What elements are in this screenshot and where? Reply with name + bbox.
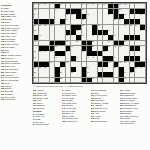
grid-cell[interactable]: 35 [124, 25, 129, 30]
grid-cell[interactable] [60, 14, 65, 19]
grid-cell[interactable] [39, 9, 44, 14]
grid-cell[interactable] [103, 41, 108, 46]
grid-cell[interactable] [119, 51, 124, 56]
grid-cell[interactable]: 8 [92, 4, 97, 9]
grid-cell[interactable]: 26 [114, 19, 119, 24]
grid-cell[interactable] [71, 78, 76, 83]
grid-cell[interactable] [50, 9, 55, 14]
cell-number: 10 [103, 4, 105, 6]
black-square [50, 41, 55, 46]
grid-cell[interactable] [44, 30, 49, 35]
grid-cell[interactable] [140, 56, 145, 61]
grid-cell[interactable]: 75 [50, 62, 55, 67]
grid-cell[interactable]: 13 [34, 9, 39, 14]
grid-cell[interactable] [87, 35, 92, 40]
grid-cell[interactable]: 48 [103, 35, 108, 40]
grid-cell[interactable]: 21 [108, 14, 113, 19]
cell-number: 59 [108, 46, 110, 48]
grid-cell[interactable]: 65 [50, 51, 55, 56]
grid-cell[interactable]: 5 [60, 4, 65, 9]
cell-number: 91 [87, 72, 89, 74]
cell-number: 68 [103, 51, 105, 53]
cell-number: 12 [124, 4, 126, 6]
grid-cell[interactable] [39, 72, 44, 77]
grid-cell[interactable] [44, 41, 49, 46]
grid-cell[interactable]: 85 [114, 67, 119, 72]
grid-cell[interactable] [50, 67, 55, 72]
grid-cell[interactable]: 22 [124, 14, 129, 19]
cell-number: 1 [34, 4, 35, 6]
grid-cell[interactable] [39, 41, 44, 46]
grid-cell[interactable] [140, 19, 145, 24]
black-square [135, 35, 140, 40]
grid-cell[interactable] [66, 67, 71, 72]
grid-cell[interactable] [140, 4, 145, 9]
black-square [82, 78, 87, 83]
grid-cell[interactable]: 37 [135, 25, 140, 30]
grid-cell[interactable]: 72 [87, 56, 92, 61]
black-square [87, 41, 92, 46]
grid-cell[interactable]: 11 [119, 4, 124, 9]
grid-cell[interactable] [71, 51, 76, 56]
grid-cell[interactable]: 17 [34, 14, 39, 19]
grid-cell[interactable] [50, 78, 55, 83]
grid-cell[interactable] [103, 67, 108, 72]
grid-cell[interactable] [140, 46, 145, 51]
grid-cell[interactable]: 55 [124, 41, 129, 46]
grid-cell[interactable] [60, 9, 65, 14]
grid-cell[interactable]: 82 [44, 67, 49, 72]
grid-cell[interactable] [103, 25, 108, 30]
grid-cell[interactable]: 46 [92, 35, 97, 40]
grid-cell[interactable] [108, 19, 113, 24]
grid-cell[interactable]: 14 [55, 9, 60, 14]
grid-cell[interactable]: 86 [135, 67, 140, 72]
grid-cell[interactable] [87, 25, 92, 30]
grid-cell[interactable] [119, 56, 124, 61]
grid-cell[interactable] [114, 51, 119, 56]
grid-cell[interactable]: 42 [39, 35, 44, 40]
grid-cell[interactable] [76, 19, 81, 24]
grid-cell[interactable]: 24 [66, 19, 71, 24]
grid-cell[interactable]: 79 [124, 62, 129, 67]
down-clue-list-2: 6 Above7 Poet Pound8 Female deer9 Hog ho… [62, 89, 90, 122]
grid-cell[interactable] [92, 9, 97, 14]
clue-number: 63 [1, 98, 4, 100]
grid-cell[interactable]: 15 [82, 9, 87, 14]
grid-cell[interactable] [66, 78, 71, 83]
grid-cell[interactable]: 41 [140, 30, 145, 35]
cell-number: 47 [98, 35, 100, 37]
grid-cell[interactable]: 96 [92, 78, 97, 83]
grid-cell[interactable] [98, 9, 103, 14]
cell-number: 23 [140, 14, 142, 16]
bottom-clue-column-1: 64 Always65 Otherwise66 Being: Lat.67 Fe… [33, 89, 61, 150]
grid-cell[interactable] [50, 30, 55, 35]
grid-cell[interactable] [82, 30, 87, 35]
grid-cell[interactable] [124, 67, 129, 72]
grid-cell[interactable] [82, 56, 87, 61]
grid-cell[interactable]: 29 [39, 25, 44, 30]
grid-cell[interactable] [87, 9, 92, 14]
grid-cell[interactable] [55, 19, 60, 24]
grid-cell[interactable] [135, 14, 140, 19]
grid-cell[interactable]: 23 [140, 14, 145, 19]
grid-cell[interactable] [103, 14, 108, 19]
grid-cell[interactable] [130, 4, 135, 9]
black-square [135, 9, 140, 14]
grid-cell[interactable] [98, 14, 103, 19]
black-square [55, 67, 60, 72]
black-square [66, 30, 71, 35]
black-square [124, 35, 129, 40]
black-square [71, 9, 76, 14]
grid-cell[interactable] [108, 51, 113, 56]
grid-cell[interactable] [50, 56, 55, 61]
grid-cell[interactable]: 3 [44, 4, 49, 9]
grid-cell[interactable] [114, 30, 119, 35]
grid-cell[interactable] [92, 67, 97, 72]
bottom-clue-column-3: 29 Jug handles30 Tidy31 On the briny34 R… [91, 89, 119, 150]
grid-cell[interactable] [140, 35, 145, 40]
grid-cell[interactable] [55, 35, 60, 40]
grid-cell[interactable] [44, 35, 49, 40]
grid-cell[interactable] [87, 30, 92, 35]
grid-cell[interactable] [71, 4, 76, 9]
grid-cell[interactable]: 27 [119, 19, 124, 24]
grid-cell[interactable] [114, 25, 119, 30]
grid-cell[interactable] [135, 41, 140, 46]
cell-number: 24 [66, 19, 68, 21]
cell-number: 76 [66, 62, 68, 64]
grid-cell[interactable] [130, 78, 135, 83]
grid-cell[interactable]: 76 [66, 62, 71, 67]
grid-cell[interactable]: 60 [114, 46, 119, 51]
cell-number: 42 [39, 35, 41, 37]
grid-cell[interactable] [98, 56, 103, 61]
grid-cell[interactable] [60, 46, 65, 51]
grid-cell[interactable]: 57 [71, 46, 76, 51]
grid-cell[interactable]: 70 [55, 56, 60, 61]
grid-cell[interactable] [39, 78, 44, 83]
grid-cell[interactable] [76, 4, 81, 9]
cell-number: 74 [114, 57, 116, 59]
grid-cell[interactable] [119, 30, 124, 35]
grid-cell[interactable] [50, 35, 55, 40]
grid-cell[interactable]: 50 [34, 41, 39, 46]
grid-cell[interactable] [39, 56, 44, 61]
grid-cell[interactable] [66, 4, 71, 9]
cell-number: 75 [50, 62, 52, 64]
grid-cell[interactable] [98, 67, 103, 72]
grid-cell[interactable]: 74 [114, 56, 119, 61]
grid-cell[interactable]: 2 [39, 4, 44, 9]
grid-cell[interactable]: 39 [76, 30, 81, 35]
grid-cell[interactable]: 34 [98, 25, 103, 30]
grid-cell[interactable]: 83 [60, 67, 65, 72]
black-square [34, 19, 39, 24]
grid-cell[interactable] [66, 72, 71, 77]
cell-number: 63 [39, 51, 41, 53]
grid-cell[interactable] [92, 19, 97, 24]
cell-number: 43 [66, 35, 68, 37]
cell-number: 96 [92, 78, 94, 80]
cell-number: 52 [76, 41, 78, 43]
cell-number: 90 [71, 72, 73, 74]
grid-cell[interactable]: 78 [119, 62, 124, 67]
grid-cell[interactable] [119, 25, 124, 30]
grid-cell[interactable]: 69 [34, 56, 39, 61]
black-square [82, 41, 87, 46]
grid-cell[interactable] [44, 56, 49, 61]
black-square [82, 46, 87, 51]
grid-cell[interactable]: 40 [108, 30, 113, 35]
grid-cell[interactable]: 25 [82, 19, 87, 24]
grid-cell[interactable] [135, 30, 140, 35]
grid-cell[interactable] [98, 41, 103, 46]
grid-cell[interactable]: 63 [39, 51, 44, 56]
grid-cell[interactable] [44, 72, 49, 77]
grid-cell[interactable] [60, 56, 65, 61]
cell-number: 61 [119, 46, 121, 48]
grid-cell[interactable] [135, 4, 140, 9]
black-square [98, 72, 103, 77]
cell-number: 2 [39, 4, 40, 6]
grid-cell[interactable] [114, 72, 119, 77]
grid-cell[interactable]: 49 [114, 35, 119, 40]
cell-number: 29 [39, 25, 41, 27]
black-square [55, 4, 60, 9]
black-square [114, 9, 119, 14]
grid-cell[interactable]: 87 [140, 67, 145, 72]
grid-cell[interactable]: 53 [92, 41, 97, 46]
grid-cell[interactable] [76, 46, 81, 51]
grid-cell[interactable] [130, 14, 135, 19]
black-square [108, 72, 113, 77]
grid-cell[interactable]: 54 [108, 41, 113, 46]
black-square [39, 46, 44, 51]
grid-cell[interactable]: 90 [71, 72, 76, 77]
grid-cell[interactable] [135, 78, 140, 83]
grid-cell[interactable] [82, 62, 87, 67]
grid-cell[interactable]: 71 [76, 56, 81, 61]
grid-cell[interactable]: 12 [124, 4, 129, 9]
grid-cell[interactable]: 52 [76, 41, 81, 46]
grid-cell[interactable]: 16 [119, 9, 124, 14]
grid-cell[interactable] [76, 72, 81, 77]
grid-cell[interactable] [124, 30, 129, 35]
grid-cell[interactable] [103, 19, 108, 24]
black-square [108, 9, 113, 14]
grid-cell[interactable]: 64 [44, 51, 49, 56]
grid-cell[interactable]: 9 [98, 4, 103, 9]
grid-cell[interactable] [76, 78, 81, 83]
grid-cell[interactable] [71, 41, 76, 46]
grid-cell[interactable]: 38 [34, 30, 39, 35]
black-square [71, 30, 76, 35]
grid-cell[interactable]: 73 [92, 56, 97, 61]
cell-number: 45 [82, 35, 84, 37]
grid-cell[interactable] [50, 14, 55, 19]
black-square [87, 51, 92, 56]
grid-cell[interactable] [98, 19, 103, 24]
black-square [60, 19, 65, 24]
grid-cell[interactable]: 93 [130, 72, 135, 77]
grid-cell[interactable]: 66 [66, 51, 71, 56]
grid-cell[interactable] [55, 14, 60, 19]
grid-cell[interactable] [124, 9, 129, 14]
grid-cell[interactable]: 4 [50, 4, 55, 9]
grid-cell[interactable] [55, 62, 60, 67]
black-square [76, 14, 81, 19]
grid-cell[interactable]: 77 [108, 62, 113, 67]
grid-cell[interactable] [103, 78, 108, 83]
grid-cell[interactable]: 80 [34, 67, 39, 72]
cell-number: 94 [34, 78, 36, 80]
grid-cell[interactable] [130, 51, 135, 56]
black-square [92, 25, 97, 30]
grid-cell[interactable]: 10 [103, 4, 108, 9]
grid-cell[interactable] [55, 30, 60, 35]
grid-cell[interactable] [71, 62, 76, 67]
grid-cell[interactable] [130, 62, 135, 67]
grid-cell[interactable]: 43 [66, 35, 71, 40]
grid-cell[interactable] [92, 14, 97, 19]
grid-cell[interactable] [114, 78, 119, 83]
grid-cell[interactable] [76, 67, 81, 72]
cell-number: 11 [119, 4, 121, 6]
grid-cell[interactable] [55, 25, 60, 30]
grid-cell[interactable] [130, 41, 135, 46]
grid-cell[interactable]: 61 [119, 46, 124, 51]
grid-cell[interactable]: 36 [130, 25, 135, 30]
grid-cell[interactable] [130, 30, 135, 35]
grid-cell[interactable]: 67 [82, 51, 87, 56]
black-square [76, 9, 81, 14]
grid-cell[interactable]: 97 [124, 78, 129, 83]
grid-cell[interactable]: 19 [71, 14, 76, 19]
cell-number: 54 [108, 41, 110, 43]
grid-cell[interactable]: 31 [50, 25, 55, 30]
grid-cell[interactable]: 51 [66, 41, 71, 46]
grid-cell[interactable]: 89 [60, 72, 65, 77]
grid-cell[interactable] [135, 72, 140, 77]
cell-number: 31 [50, 25, 52, 27]
grid-cell[interactable] [140, 41, 145, 46]
grid-cell[interactable]: 94 [34, 78, 39, 83]
black-square [119, 67, 124, 72]
grid-cell[interactable] [87, 19, 92, 24]
grid-cell[interactable]: 91 [87, 72, 92, 77]
grid-cell[interactable] [87, 62, 92, 67]
grid-cell[interactable] [124, 51, 129, 56]
grid-cell[interactable] [76, 51, 81, 56]
grid-cell[interactable] [60, 30, 65, 35]
grid-cell[interactable] [108, 67, 113, 72]
black-square [140, 9, 145, 14]
grid-cell[interactable]: 45 [82, 35, 87, 40]
grid-cell[interactable]: 59 [108, 46, 113, 51]
across-clue-list-continued: 64 Always65 Otherwise66 Being: Lat.67 Fe… [33, 89, 61, 110]
grid-cell[interactable]: 56 [55, 46, 60, 51]
grid-cell[interactable]: 81 [39, 67, 44, 72]
grid-cell[interactable]: 68 [103, 51, 108, 56]
grid-cell[interactable] [119, 35, 124, 40]
grid-cell[interactable] [140, 72, 145, 77]
cell-number: 77 [108, 62, 110, 64]
grid-cell[interactable] [108, 25, 113, 30]
grid-cell[interactable] [92, 62, 97, 67]
black-square [92, 30, 97, 35]
grid-cell[interactable]: 32 [60, 25, 65, 30]
grid-cell[interactable] [71, 19, 76, 24]
grid-cell[interactable]: 28 [34, 25, 39, 30]
grid-cell[interactable]: 20 [87, 14, 92, 19]
grid-cell[interactable]: 95 [60, 78, 65, 83]
black-square [71, 67, 76, 72]
grid-cell[interactable]: 1 [34, 4, 39, 9]
grid-cell[interactable] [44, 14, 49, 19]
grid-cell[interactable]: 92 [124, 72, 129, 77]
grid-cell[interactable] [98, 46, 103, 51]
grid-cell[interactable] [108, 78, 113, 83]
grid-cell[interactable]: 6 [82, 4, 87, 9]
grid-cell[interactable] [103, 9, 108, 14]
grid-cell[interactable] [135, 51, 140, 56]
cell-number: 38 [34, 30, 36, 32]
grid-cell[interactable]: 33 [82, 25, 87, 30]
across-clue-list: 1 Hoist5 Lawn base10 Sea eagle14 Gusto; … [1, 7, 31, 101]
cell-number: 3 [44, 4, 45, 6]
grid-cell[interactable] [44, 78, 49, 83]
grid-cell[interactable] [50, 72, 55, 77]
black-square [44, 19, 49, 24]
cell-number: 83 [60, 67, 62, 69]
black-square [98, 30, 103, 35]
grid-cell[interactable]: 44 [71, 35, 76, 40]
grid-cell[interactable]: 18 [66, 14, 71, 19]
grid-cell[interactable] [44, 9, 49, 14]
grid-cell[interactable]: 62 [34, 51, 39, 56]
grid-cell[interactable] [92, 72, 97, 77]
black-square [44, 62, 49, 67]
grid-cell[interactable]: 7 [87, 4, 92, 9]
grid-cell[interactable] [140, 51, 145, 56]
grid-cell[interactable] [39, 30, 44, 35]
black-square [119, 41, 124, 46]
grid-cell[interactable] [34, 46, 39, 51]
grid-cell[interactable] [98, 78, 103, 83]
crossword-page: ACROSS 1 Hoist5 Lawn base10 Sea eagle14 … [0, 0, 150, 150]
grid-cell[interactable]: 58 [92, 46, 97, 51]
grid-cell[interactable] [39, 14, 44, 19]
grid-cell[interactable]: 47 [98, 35, 103, 40]
grid-cell[interactable] [124, 46, 129, 51]
black-square [55, 78, 60, 83]
grid-cell[interactable] [66, 25, 71, 30]
grid-cell[interactable]: 30 [44, 25, 49, 30]
grid-cell[interactable]: 84 [87, 67, 92, 72]
grid-cell[interactable] [60, 35, 65, 40]
grid-cell[interactable] [76, 62, 81, 67]
grid-cell[interactable] [66, 56, 71, 61]
black-square [98, 51, 103, 56]
cell-number: 71 [76, 57, 78, 59]
cell-number: 41 [140, 30, 142, 32]
black-square [135, 62, 140, 67]
grid-cell[interactable]: 88 [34, 72, 39, 77]
grid-cell[interactable] [140, 78, 145, 83]
